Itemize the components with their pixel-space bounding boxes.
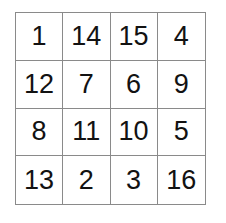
cell-r2c1: 12 [16, 61, 63, 109]
cell-r4c4: 16 [158, 156, 205, 204]
cell-r4c1: 13 [16, 156, 63, 204]
cell-r2c3: 6 [111, 61, 158, 109]
cell-r3c3: 10 [111, 109, 158, 157]
cell-r3c1: 8 [16, 109, 63, 157]
cell-r3c4: 5 [158, 109, 205, 157]
cell-r1c4: 4 [158, 13, 205, 61]
cell-r1c2: 14 [63, 13, 110, 61]
cell-r3c2: 11 [63, 109, 110, 157]
cell-r2c2: 7 [63, 61, 110, 109]
cell-r1c3: 15 [111, 13, 158, 61]
cell-r2c4: 9 [158, 61, 205, 109]
cell-r1c1: 1 [16, 13, 63, 61]
magic-square-board: 1 14 15 4 12 7 6 9 8 11 10 5 13 2 3 16 [15, 12, 206, 205]
cell-r4c3: 3 [111, 156, 158, 204]
cell-r4c2: 2 [63, 156, 110, 204]
